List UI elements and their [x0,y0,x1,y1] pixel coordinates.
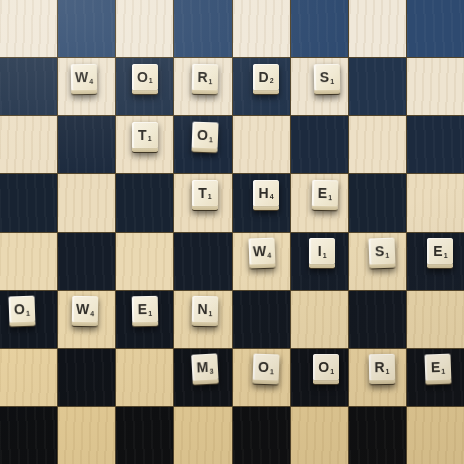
tile-top-face: T1 [132,122,158,148]
board-square [233,116,290,173]
tile-point-value: 1 [328,194,332,201]
board-square [0,0,57,57]
tile-front-face [132,322,158,327]
board-square [58,0,115,57]
tile-point-value: 1 [208,77,212,84]
tile-point-value: 4 [270,193,274,200]
tile-front-face [193,380,219,386]
tile-point-value: 4 [267,251,271,258]
tile-front-face [314,90,340,95]
tile-point-value: 4 [90,310,94,317]
board-square: H4 [233,174,290,231]
tile-letter: O [318,360,329,374]
board-square [58,116,115,173]
tile-front-face [253,90,279,95]
board-square [0,174,57,231]
board-square: O1 [233,349,290,406]
board-square: T1 [116,116,173,173]
scrabble-tile: D2 [253,64,279,95]
board-square: E1 [407,349,464,406]
tile-point-value: 1 [270,368,274,375]
tile-top-face: W4 [70,64,96,90]
board-square [407,174,464,231]
tile-point-value: 1 [442,368,446,375]
board-square: E1 [291,174,348,231]
board-square: E1 [116,291,173,348]
scrabble-tile: R1 [369,354,396,385]
board-square [174,233,231,290]
board-square [349,174,406,231]
tile-point-value: 1 [25,309,29,316]
scrabble-tile: H4 [253,180,279,211]
board-square: O1 [0,291,57,348]
tile-top-face: T1 [192,180,218,206]
board-square [116,349,173,406]
tile-top-face: N1 [192,296,218,322]
tile-front-face [313,380,339,385]
board-square [407,291,464,348]
board-square: D2 [233,58,290,115]
tile-top-face: H4 [253,180,279,206]
board-square [233,291,290,348]
tile-point-value: 2 [270,77,274,84]
tile-letter: W [253,244,267,258]
tile-letter: N [197,302,207,316]
tile-front-face [132,90,158,95]
tile-point-value: 1 [386,368,390,375]
tile-letter: S [320,70,330,84]
tile-top-face: M3 [191,354,218,381]
scrabble-tile: W4 [70,64,97,95]
board-square [291,407,348,464]
board-square: W4 [58,291,115,348]
board-square [349,116,406,173]
tile-front-face [253,380,279,386]
board-square: N1 [174,291,231,348]
tile-point-value: 1 [148,310,152,317]
scrabble-tile: O1 [253,354,280,386]
scrabble-tile: O1 [132,64,158,95]
tile-point-value: 1 [209,136,213,143]
tile-front-face [249,264,275,270]
board-square [0,407,57,464]
scrabble-tile: T1 [132,122,158,153]
board-square: W4 [233,233,290,290]
tile-letter: R [375,360,385,374]
board-square [0,116,57,173]
board-square [291,291,348,348]
board-square [349,407,406,464]
tile-top-face: I1 [309,238,335,264]
tile-letter: I [318,244,322,258]
scrabble-tile: W4 [71,296,98,327]
tile-point-value: 1 [444,252,448,259]
tile-top-face: S1 [369,238,396,265]
board-square [291,116,348,173]
board-square [58,407,115,464]
board-square [233,0,290,57]
board-square: S1 [291,58,348,115]
board-square [58,349,115,406]
checkerboard: W4O1R1D2S1T1O1T1H4E1W4I1S1E1O1W4E1N1M3O1… [0,0,464,464]
tile-top-face: D2 [253,64,279,90]
tile-front-face [9,322,35,328]
board-square [116,233,173,290]
board-square [349,291,406,348]
tile-front-face [192,90,218,95]
tile-letter: H [259,186,269,200]
tile-front-face [312,206,338,211]
tile-top-face: R1 [192,64,218,90]
board-square: S1 [349,233,406,290]
tile-point-value: 1 [385,251,389,258]
board-square: M3 [174,349,231,406]
board-square: R1 [349,349,406,406]
tile-front-face [427,264,453,269]
tile-front-face [71,322,97,327]
board-square: O1 [291,349,348,406]
board-square [0,349,57,406]
tile-front-face [253,206,279,211]
tile-point-value: 1 [149,77,153,84]
tile-front-face [192,322,218,327]
tile-letter: O [13,302,24,316]
tile-front-face [370,264,396,270]
board-square [407,58,464,115]
tile-point-value: 1 [323,252,327,259]
board-square [0,233,57,290]
board-square: O1 [174,116,231,173]
tile-front-face [132,148,158,153]
board-square [58,174,115,231]
board-square [58,233,115,290]
tile-letter: E [318,186,328,200]
board-square: E1 [407,233,464,290]
scrabble-tile: E1 [427,238,453,269]
board-square [233,407,290,464]
tile-letter: E [431,360,441,374]
board-square [291,0,348,57]
board-square [116,174,173,231]
tile-point-value: 3 [209,367,213,374]
tile-front-face [426,380,452,386]
tile-letter: T [138,128,147,142]
board-square [116,407,173,464]
board-square: O1 [116,58,173,115]
tile-front-face [309,264,335,269]
scrabble-tile: E1 [425,354,452,386]
board-photo: W4O1R1D2S1T1O1T1H4E1W4I1S1E1O1W4E1N1M3O1… [0,0,464,464]
tile-top-face: W4 [72,296,98,322]
tile-letter: W [74,70,87,84]
tile-point-value: 1 [330,77,334,84]
board-square [349,0,406,57]
scrabble-tile: S1 [314,64,341,95]
tile-point-value: 1 [330,368,334,375]
board-square [116,0,173,57]
board-square: I1 [291,233,348,290]
scrabble-tile: T1 [192,180,218,211]
tile-letter: O [258,360,269,374]
board-square [174,407,231,464]
tile-letter: M [196,360,208,375]
tile-point-value: 1 [208,193,212,200]
tile-front-face [192,206,218,211]
tile-top-face: O1 [192,121,219,148]
scrabble-tile: R1 [192,64,219,95]
tile-point-value: 4 [89,77,93,84]
scrabble-tile: W4 [249,238,276,270]
tile-letter: E [138,302,148,316]
tile-top-face: E1 [132,296,158,322]
tile-letter: T [198,186,207,200]
tile-top-face: O1 [313,354,339,380]
scrabble-tile: O1 [8,296,35,328]
board-square: T1 [174,174,231,231]
tile-letter: E [433,244,442,258]
board-square: W4 [58,58,115,115]
tile-top-face: W4 [249,238,276,265]
scrabble-tile: S1 [369,238,396,270]
tile-letter: D [259,70,269,84]
tile-top-face: E1 [425,354,452,381]
tile-front-face [369,380,395,385]
board-square [174,0,231,57]
tile-letter: R [197,70,207,84]
tile-top-face: S1 [314,64,340,90]
scrabble-tile: E1 [132,296,159,327]
scrabble-tile: I1 [309,238,335,269]
board-square [349,58,406,115]
tile-letter: O [197,128,208,142]
tile-point-value: 1 [208,310,212,317]
tile-top-face: O1 [132,64,158,90]
tile-top-face: O1 [8,296,35,323]
board-square [407,0,464,57]
tile-letter: O [137,70,148,84]
tile-front-face [71,90,97,95]
tile-point-value: 1 [148,135,152,142]
tile-top-face: E1 [312,180,338,206]
tile-letter: S [375,244,385,258]
tile-letter: W [76,302,89,316]
board-square: R1 [174,58,231,115]
scrabble-tile: M3 [191,354,219,386]
board-square [407,116,464,173]
board-square [407,407,464,464]
tile-top-face: O1 [253,354,280,381]
tile-front-face [191,147,217,153]
tile-top-face: E1 [427,238,453,264]
board-square [0,58,57,115]
scrabble-tile: N1 [192,296,219,327]
tile-top-face: R1 [369,354,395,380]
scrabble-tile: O1 [191,121,218,153]
scrabble-tile: O1 [313,354,339,385]
scrabble-tile: E1 [312,180,339,211]
